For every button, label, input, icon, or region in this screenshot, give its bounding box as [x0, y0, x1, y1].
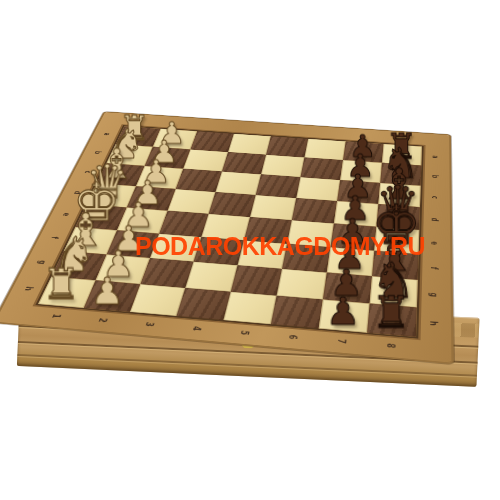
coord-left-a: a — [102, 133, 112, 136]
coord-left-e: e — [61, 212, 72, 216]
piece-white-pawn: ♟ — [102, 247, 134, 281]
square-g7: ♟ — [323, 273, 372, 304]
square-d3 — [168, 189, 216, 214]
square-c3 — [176, 169, 222, 192]
square-d4 — [209, 192, 256, 217]
square-h5 — [223, 292, 276, 325]
coord-left-d: d — [72, 191, 83, 195]
coord-left-f: f — [49, 236, 60, 239]
square-g1: ♞ — [51, 251, 106, 280]
coord-near-6: 6 — [287, 334, 299, 340]
coord-right-f: f — [429, 266, 440, 269]
piece-black-pawn: ♟ — [349, 132, 376, 161]
coord-right-d: d — [430, 217, 440, 221]
coord-right-a: a — [431, 155, 440, 158]
square-c8: ♝ — [378, 183, 420, 207]
coord-right-c: c — [430, 196, 440, 199]
square-h4 — [176, 288, 230, 320]
square-g8: ♞ — [370, 276, 418, 307]
coord-right-g: g — [428, 292, 439, 297]
piece-white-rook: ♜ — [119, 112, 150, 145]
coord-near-5: 5 — [238, 330, 250, 336]
square-h8: ♜ — [367, 303, 417, 336]
square-g5 — [231, 265, 282, 295]
coord-near-3: 3 — [143, 322, 156, 327]
coord-right-h: h — [428, 321, 440, 327]
square-b5 — [261, 155, 304, 177]
square-c5 — [256, 174, 301, 198]
square-b3 — [183, 149, 228, 171]
coord-near-2: 2 — [96, 318, 109, 323]
piece-white-rook: ♜ — [43, 264, 81, 304]
piece-white-pawn: ♟ — [158, 119, 185, 147]
square-c6 — [296, 177, 340, 201]
square-h6 — [271, 296, 323, 329]
coord-right-b: b — [430, 175, 440, 179]
square-h7: ♟ — [319, 300, 370, 333]
square-d7: ♟ — [334, 201, 378, 227]
coord-left-c: c — [83, 170, 93, 173]
square-a5 — [266, 136, 308, 157]
piece-black-pawn: ♟ — [330, 265, 363, 300]
coord-left-b: b — [93, 151, 103, 155]
square-b4 — [222, 152, 266, 174]
watermark-text: PODAROKKAGDOMY.RU — [135, 232, 425, 261]
chess-set-product-photo: aabbccddeeffgghh12345678 ♜♟♟♜♞♟♟♞♝♟♟♝♛♟♟… — [0, 0, 500, 500]
coord-near-8: 8 — [385, 343, 397, 349]
square-g4 — [185, 262, 237, 292]
coord-left-h: h — [23, 286, 36, 291]
square-d2: ♟ — [127, 186, 176, 211]
square-d6 — [292, 198, 337, 223]
coord-near-1: 1 — [50, 314, 63, 319]
coord-near-7: 7 — [335, 339, 347, 345]
square-d8: ♛ — [376, 204, 420, 230]
square-c7: ♟ — [337, 180, 380, 204]
coord-near-4: 4 — [191, 326, 204, 331]
square-g6 — [277, 269, 327, 300]
piece-white-knight: ♞ — [53, 232, 96, 277]
coord-left-g: g — [36, 260, 48, 265]
coord-right-e: e — [429, 241, 439, 245]
square-d5 — [250, 195, 296, 220]
square-a3 — [190, 131, 234, 152]
square-c4 — [215, 171, 261, 195]
piece-black-rook: ♜ — [386, 130, 418, 163]
